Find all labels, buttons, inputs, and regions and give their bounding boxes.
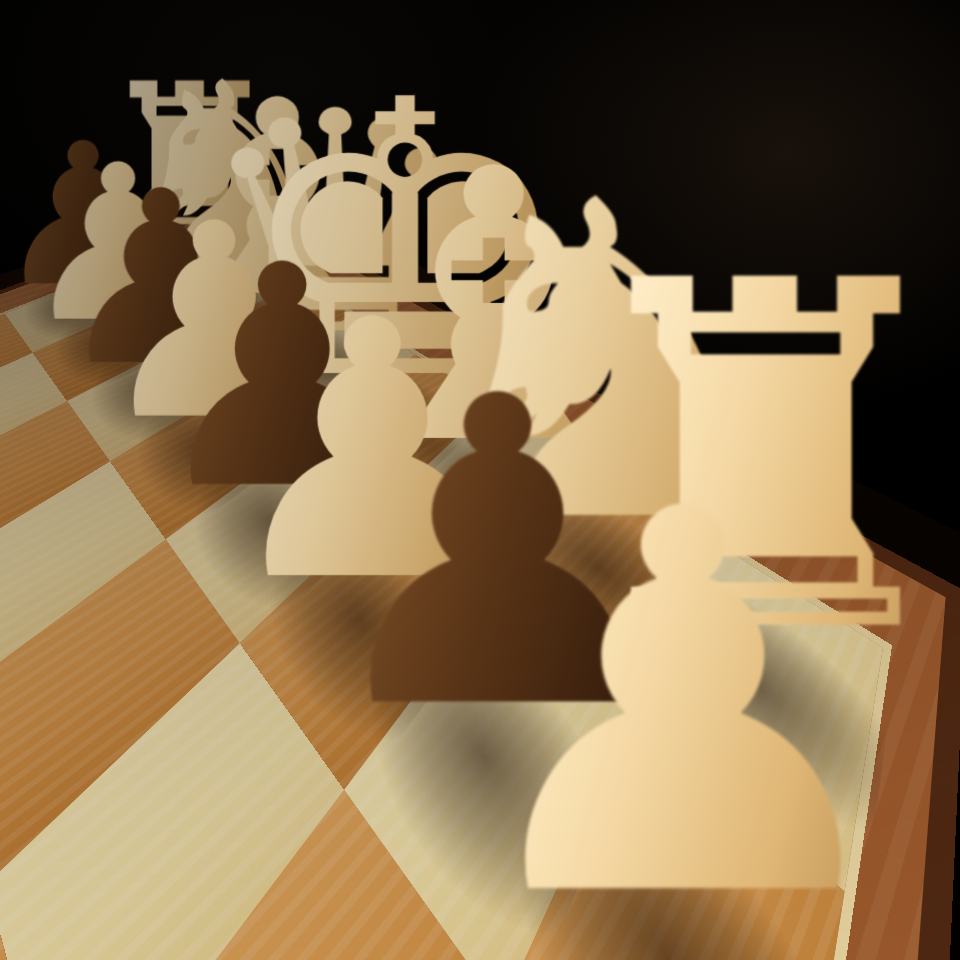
scene: ♜♞♝♛♚♝♞♜♟♟♟♟♟♟♟♟ q xyxy=(0,0,960,960)
square-h2[interactable]: ♟ xyxy=(502,712,845,960)
pawn-glyph: ♟ xyxy=(447,442,919,960)
photo-stage: ♜♞♝♛♚♝♞♜♟♟♟♟♟♟♟♟ q xyxy=(0,0,960,960)
board-grid: ♜♞♝♛♚♝♞♜♟♟♟♟♟♟♟♟ xyxy=(0,0,960,960)
chess-board: ♜♞♝♛♚♝♞♜♟♟♟♟♟♟♟♟ q xyxy=(0,0,960,960)
